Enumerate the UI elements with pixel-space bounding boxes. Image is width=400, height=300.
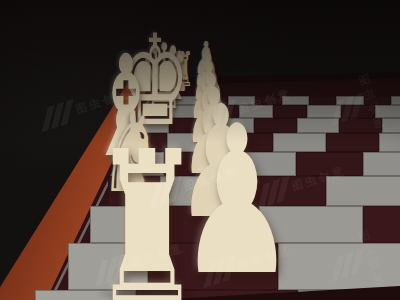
watermark-logo-icon [257,178,289,207]
watermark-logo-icon [95,255,127,284]
watermark-stamp: 图虫创意 [41,82,132,130]
watermark-stamp: 图虫创意 [257,159,348,207]
watermark-logo-icon [203,257,235,286]
watermark-stamp: 图虫创意 [149,159,240,207]
watermark-text: 图虫创意 [236,241,294,273]
watermark-text: 图虫创意 [357,70,389,131]
watermark-text: 图虫创意 [357,226,389,287]
watermark-logo-icon [203,101,235,130]
watermark-text: 图虫创意 [290,162,348,194]
watermark-layer: 图虫创意图虫创意图虫创意图虫创意图虫创意图虫创意图虫创意图虫创意 [0,0,400,300]
watermark-text: 图虫创意 [128,239,186,271]
watermark-logo-icon [41,101,73,130]
watermark-stamp: 图虫创意 [203,82,294,130]
watermark-stamp: 图虫创意 [325,226,388,298]
watermark-stamp: 图虫创意 [95,236,186,284]
watermark-text: 图虫创意 [236,85,294,117]
photo-canvas: ♟♜♟♞♟♝♛♟♚♟♝♟♞♟♟♜ 图虫创意图虫创意图虫创意图虫创意图虫创意图虫创… [0,0,400,300]
watermark-stamp: 图虫创意 [325,70,388,142]
watermark-logo-icon [331,250,363,279]
watermark-text: 图虫创意 [182,162,240,194]
watermark-logo-icon [331,94,363,123]
watermark-logo-icon [149,178,181,207]
watermark-text: 图虫创意 [74,85,132,117]
watermark-stamp: 图虫创意 [203,238,294,286]
